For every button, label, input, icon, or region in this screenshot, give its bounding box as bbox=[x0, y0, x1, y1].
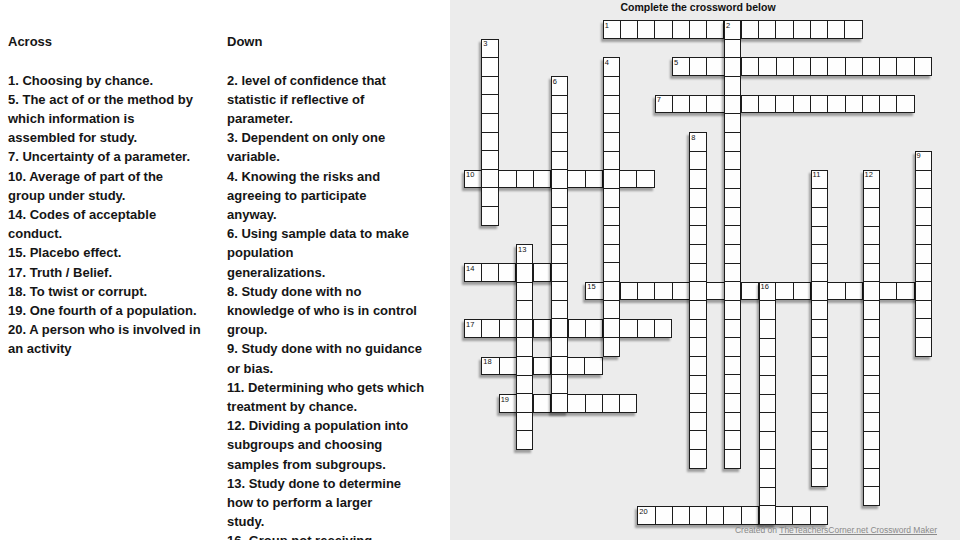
cell-r5-c25[interactable] bbox=[880, 96, 897, 113]
cell-r9-c27[interactable] bbox=[916, 171, 931, 190]
cell-r22-c14[interactable] bbox=[690, 413, 705, 432]
clue-across-18: 18. To twist or corrupt. bbox=[8, 282, 230, 301]
cell-r19-c24[interactable] bbox=[864, 357, 879, 376]
number-15: 15 bbox=[587, 283, 595, 291]
clue-down-16: 16. Group not receiving treatment. bbox=[227, 531, 441, 540]
cell-r10-c16[interactable] bbox=[725, 189, 740, 208]
cell-r14-c4[interactable] bbox=[517, 264, 532, 283]
clue-down-12: 12. Dividing a population into subgroups… bbox=[227, 416, 441, 474]
number-10: 10 bbox=[466, 171, 474, 179]
cell-r14-c9[interactable] bbox=[604, 263, 619, 282]
cell-r12-c14[interactable] bbox=[690, 226, 705, 245]
cell-r17-c10[interactable] bbox=[620, 320, 637, 337]
number-1: 1 bbox=[605, 22, 609, 30]
cell-r6-c2[interactable] bbox=[482, 114, 497, 133]
cell-r27-c21[interactable] bbox=[811, 507, 827, 524]
cell-r16-c27[interactable] bbox=[916, 301, 931, 320]
cell-r18-c24[interactable] bbox=[864, 338, 879, 357]
cell-r22-c24[interactable] bbox=[864, 413, 879, 432]
cell-r10-c27[interactable] bbox=[916, 189, 931, 208]
cell-r11-c16[interactable] bbox=[725, 208, 740, 227]
cell-r5-c19[interactable] bbox=[776, 96, 793, 113]
across-clue-list: Across 1. Choosing by chance.5. The act … bbox=[8, 13, 230, 359]
cell-r3-c15[interactable] bbox=[707, 58, 724, 75]
cell-r8-c2[interactable] bbox=[482, 151, 497, 170]
cell-r5-c15[interactable] bbox=[707, 96, 724, 113]
cell-r17-c11[interactable] bbox=[638, 320, 655, 337]
cell-r24-c21[interactable] bbox=[812, 450, 827, 469]
cell-r11-c14[interactable] bbox=[690, 208, 705, 227]
cell-r12-c6[interactable] bbox=[552, 226, 567, 245]
cell-r15-c23[interactable] bbox=[846, 283, 863, 300]
clue-down-9: 9. Study done with no guidance or bias. bbox=[227, 339, 441, 377]
cell-r6-c6[interactable] bbox=[552, 114, 567, 133]
number-20: 20 bbox=[639, 508, 647, 516]
number-12: 12 bbox=[865, 171, 873, 179]
cell-r9-c7[interactable] bbox=[568, 171, 585, 188]
cell-r3-c22[interactable] bbox=[828, 58, 845, 75]
cell-r22-c21[interactable] bbox=[812, 413, 827, 432]
cell-r24-c24[interactable] bbox=[864, 450, 879, 469]
cell-r19-c21[interactable] bbox=[812, 357, 827, 376]
cell-r15-c21[interactable] bbox=[812, 282, 827, 301]
cell-r15-c10[interactable] bbox=[621, 283, 638, 300]
cell-r18-c9[interactable] bbox=[604, 338, 619, 356]
cell-r12-c9[interactable] bbox=[604, 226, 619, 245]
cell-r15-c14[interactable] bbox=[690, 282, 705, 301]
word-16-down bbox=[759, 282, 776, 525]
cell-r6-c9[interactable] bbox=[604, 114, 619, 133]
cell-r5-c2[interactable] bbox=[482, 95, 497, 114]
cell-r9-c6[interactable] bbox=[552, 170, 567, 189]
cell-r18-c16[interactable] bbox=[725, 338, 740, 357]
cell-r1-c21[interactable] bbox=[811, 21, 828, 38]
cell-r16-c14[interactable] bbox=[690, 301, 705, 320]
cell-r12-c16[interactable] bbox=[725, 226, 740, 245]
cell-r23-c18[interactable] bbox=[760, 432, 775, 451]
cell-r9-c4[interactable] bbox=[517, 171, 534, 188]
cell-r3-c27[interactable] bbox=[915, 58, 931, 75]
cell-r3-c21[interactable] bbox=[811, 58, 828, 75]
footer-credit-prefix: Created on bbox=[735, 525, 779, 535]
cell-r10-c9[interactable] bbox=[604, 189, 619, 208]
cell-r18-c4[interactable] bbox=[517, 338, 532, 357]
cell-r17-c7[interactable] bbox=[569, 320, 586, 337]
cell-r9-c8[interactable] bbox=[586, 171, 603, 188]
cell-r17-c5[interactable] bbox=[534, 320, 551, 337]
cell-r1-c13[interactable] bbox=[673, 21, 690, 38]
cell-r16-c18[interactable] bbox=[760, 301, 775, 320]
cell-r5-c26[interactable] bbox=[897, 96, 913, 113]
cell-r17-c6[interactable] bbox=[552, 319, 567, 338]
cell-r27-c16[interactable] bbox=[724, 507, 741, 524]
cell-r11-c24[interactable] bbox=[864, 208, 879, 227]
cell-r18-c6[interactable] bbox=[552, 338, 567, 357]
number-3: 3 bbox=[483, 40, 487, 48]
cell-r17-c2[interactable] bbox=[482, 320, 499, 337]
cell-r1-c20[interactable] bbox=[794, 21, 811, 38]
footer-credit-link[interactable]: TheTeachersCorner.net Crossword Maker bbox=[779, 525, 937, 535]
cell-r1-c18[interactable] bbox=[759, 21, 776, 38]
cell-r9-c9[interactable] bbox=[604, 170, 619, 189]
cell-r3-c2[interactable] bbox=[482, 58, 497, 77]
cell-r13-c16[interactable] bbox=[725, 245, 740, 264]
clue-across-19: 19. One fourth of a population. bbox=[8, 301, 230, 320]
cell-r20-c6[interactable] bbox=[552, 375, 567, 394]
cell-r3-c14[interactable] bbox=[690, 58, 707, 75]
cell-r10-c21[interactable] bbox=[812, 189, 827, 208]
cell-r23-c16[interactable] bbox=[725, 431, 740, 450]
cell-r10-c14[interactable] bbox=[690, 189, 705, 208]
cell-r21-c6[interactable] bbox=[552, 394, 567, 412]
cell-r10-c24[interactable] bbox=[864, 189, 879, 208]
cell-r21-c5[interactable] bbox=[534, 395, 551, 412]
cell-r6-c16[interactable] bbox=[725, 114, 740, 133]
cell-r19-c18[interactable] bbox=[760, 357, 775, 376]
cell-r5-c16[interactable] bbox=[725, 96, 740, 115]
cell-r18-c21[interactable] bbox=[812, 338, 827, 357]
down-clue-list: Down 2. level of confidence that statist… bbox=[227, 13, 441, 540]
cell-r17-c27[interactable] bbox=[916, 319, 931, 338]
cell-r1-c19[interactable] bbox=[776, 21, 793, 38]
cell-r22-c16[interactable] bbox=[725, 413, 740, 432]
word-17-across bbox=[464, 319, 672, 338]
cell-r21-c8[interactable] bbox=[586, 395, 603, 412]
cell-r12-c27[interactable] bbox=[916, 226, 931, 245]
cell-r16-c21[interactable] bbox=[812, 301, 827, 320]
cell-r20-c4[interactable] bbox=[517, 376, 532, 395]
cell-r24-c16[interactable] bbox=[725, 450, 740, 468]
cell-r7-c2[interactable] bbox=[482, 133, 497, 152]
cell-r15-c20[interactable] bbox=[794, 283, 811, 300]
cell-r21-c18[interactable] bbox=[760, 395, 775, 414]
cell-r14-c21[interactable] bbox=[812, 264, 827, 283]
cell-r27-c17[interactable] bbox=[742, 507, 759, 524]
word-9-down bbox=[915, 151, 932, 357]
cell-r13-c9[interactable] bbox=[604, 245, 619, 264]
cell-r17-c16[interactable] bbox=[725, 320, 740, 339]
cell-r3-c25[interactable] bbox=[880, 58, 897, 75]
cell-r15-c27[interactable] bbox=[916, 282, 931, 301]
cell-r1-c12[interactable] bbox=[655, 21, 672, 38]
cell-r13-c6[interactable] bbox=[552, 245, 567, 264]
cell-r23-c21[interactable] bbox=[812, 432, 827, 451]
cell-r5-c22[interactable] bbox=[828, 96, 845, 113]
cell-r5-c23[interactable] bbox=[846, 96, 863, 113]
number-14: 14 bbox=[466, 265, 474, 273]
clue-down-6: 6. Using sample data to make population … bbox=[227, 224, 441, 282]
cell-r19-c4[interactable] bbox=[517, 357, 532, 376]
cell-r3-c17[interactable] bbox=[742, 58, 759, 75]
cell-r21-c24[interactable] bbox=[864, 394, 879, 413]
word-5-across bbox=[672, 57, 932, 76]
cell-r20-c21[interactable] bbox=[812, 376, 827, 395]
cell-r7-c6[interactable] bbox=[552, 133, 567, 152]
cell-r14-c2[interactable] bbox=[482, 264, 499, 281]
cell-r21-c16[interactable] bbox=[725, 394, 740, 413]
cell-r9-c16[interactable] bbox=[725, 170, 740, 189]
puzzle-title: Complete the crossword below bbox=[464, 1, 932, 13]
cell-r7-c9[interactable] bbox=[604, 133, 619, 152]
cell-r8-c16[interactable] bbox=[725, 152, 740, 171]
cell-r27-c13[interactable] bbox=[673, 507, 690, 524]
cell-r5-c18[interactable] bbox=[759, 96, 776, 113]
cell-r4-c2[interactable] bbox=[482, 77, 497, 96]
crossword-board: 1571014151718192023468911121316 bbox=[464, 20, 932, 525]
cell-r5-c6[interactable] bbox=[552, 96, 567, 115]
cell-r9-c10[interactable] bbox=[620, 171, 637, 188]
cell-r27-c20[interactable] bbox=[793, 507, 810, 524]
clue-down-2: 2. level of confidence that statistic if… bbox=[227, 71, 441, 129]
cell-r25-c21[interactable] bbox=[812, 469, 827, 487]
cell-r1-c23[interactable] bbox=[845, 21, 861, 38]
cell-r15-c17[interactable] bbox=[742, 283, 759, 300]
cell-r15-c13[interactable] bbox=[673, 283, 690, 300]
cell-r11-c21[interactable] bbox=[812, 208, 827, 227]
cell-r20-c18[interactable] bbox=[760, 376, 775, 395]
cell-r17-c21[interactable] bbox=[812, 320, 827, 339]
cell-r19-c16[interactable] bbox=[725, 357, 740, 376]
cell-r4-c16[interactable] bbox=[725, 77, 740, 96]
cell-r3-c23[interactable] bbox=[846, 58, 863, 75]
cell-r14-c14[interactable] bbox=[690, 264, 705, 283]
cell-r19-c5[interactable] bbox=[534, 358, 551, 375]
cell-r27-c12[interactable] bbox=[656, 507, 673, 524]
cell-r24-c14[interactable] bbox=[690, 450, 705, 468]
clue-across-10: 10. Average of part of the group under s… bbox=[8, 167, 230, 205]
clue-across-5: 5. The act of or the method by which inf… bbox=[8, 90, 230, 148]
word-18-across bbox=[481, 357, 602, 376]
number-17: 17 bbox=[466, 321, 474, 329]
crossword-panel: Complete the crossword below 15710141517… bbox=[450, 0, 960, 540]
word-12-down bbox=[863, 170, 880, 507]
cell-r3-c24[interactable] bbox=[863, 58, 880, 75]
cell-r24-c18[interactable] bbox=[760, 450, 775, 469]
number-11: 11 bbox=[813, 171, 821, 179]
cell-r26-c18[interactable] bbox=[760, 488, 775, 507]
cell-r15-c12[interactable] bbox=[655, 283, 672, 300]
cell-r27-c14[interactable] bbox=[690, 507, 707, 524]
cell-r17-c4[interactable] bbox=[517, 320, 532, 339]
cell-r1-c10[interactable] bbox=[621, 21, 638, 38]
clue-across-1: 1. Choosing by chance. bbox=[8, 71, 230, 90]
cell-r3-c18[interactable] bbox=[759, 58, 776, 75]
number-18: 18 bbox=[483, 358, 491, 366]
cell-r14-c6[interactable] bbox=[552, 264, 567, 283]
cell-r16-c16[interactable] bbox=[725, 301, 740, 320]
cell-r11-c2[interactable] bbox=[482, 207, 497, 225]
word-8-down bbox=[689, 132, 706, 469]
number-7: 7 bbox=[657, 96, 661, 104]
cell-r13-c21[interactable] bbox=[812, 245, 827, 264]
cell-r15-c24[interactable] bbox=[864, 282, 879, 301]
cell-r8-c14[interactable] bbox=[690, 152, 705, 171]
clue-down-3: 3. Dependent on only one variable. bbox=[227, 128, 441, 166]
clue-across-17: 17. Truth / Belief. bbox=[8, 263, 230, 282]
cell-r19-c6[interactable] bbox=[552, 357, 567, 376]
cell-r21-c7[interactable] bbox=[568, 395, 585, 412]
cell-r12-c24[interactable] bbox=[864, 227, 879, 246]
cell-r25-c24[interactable] bbox=[864, 469, 879, 488]
cell-r27-c19[interactable] bbox=[776, 507, 793, 524]
cell-r20-c16[interactable] bbox=[725, 375, 740, 394]
clue-down-11: 11. Determining who gets which treatment… bbox=[227, 378, 441, 416]
cell-r5-c20[interactable] bbox=[794, 96, 811, 113]
cell-r18-c18[interactable] bbox=[760, 339, 775, 358]
cell-r1-c22[interactable] bbox=[828, 21, 845, 38]
cell-r16-c4[interactable] bbox=[517, 301, 532, 320]
cell-r1-c17[interactable] bbox=[742, 21, 759, 38]
cell-r5-c17[interactable] bbox=[742, 96, 759, 113]
clue-down-4: 4. Knowing the risks and agreeing to par… bbox=[227, 167, 441, 225]
cell-r23-c4[interactable] bbox=[517, 431, 532, 449]
cell-r19-c7[interactable] bbox=[568, 358, 585, 375]
cell-r15-c26[interactable] bbox=[897, 283, 914, 300]
cell-r2-c16[interactable] bbox=[725, 40, 740, 59]
word-6-down bbox=[551, 76, 568, 413]
cell-r16-c24[interactable] bbox=[864, 301, 879, 320]
cell-r17-c14[interactable] bbox=[690, 320, 705, 339]
cell-r21-c10[interactable] bbox=[620, 395, 636, 412]
cell-r20-c24[interactable] bbox=[864, 376, 879, 395]
cell-r19-c14[interactable] bbox=[690, 357, 705, 376]
cell-r17-c12[interactable] bbox=[655, 320, 671, 337]
number-9: 9 bbox=[917, 152, 921, 160]
cell-r14-c3[interactable] bbox=[499, 264, 516, 281]
cell-r10-c6[interactable] bbox=[552, 189, 567, 208]
cell-r15-c11[interactable] bbox=[638, 283, 655, 300]
word-2-down bbox=[724, 20, 741, 469]
cell-r22-c4[interactable] bbox=[517, 413, 532, 432]
cell-r21-c9[interactable] bbox=[603, 395, 620, 412]
cell-r5-c24[interactable] bbox=[863, 96, 880, 113]
clue-across-7: 7. Uncertainty of a parameter. bbox=[8, 147, 230, 166]
cell-r23-c24[interactable] bbox=[864, 432, 879, 451]
number-4: 4 bbox=[605, 59, 609, 67]
cell-r3-c19[interactable] bbox=[777, 58, 794, 75]
cell-r5-c9[interactable] bbox=[604, 96, 619, 115]
cell-r21-c14[interactable] bbox=[690, 394, 705, 413]
word-11-down bbox=[811, 170, 828, 488]
number-6: 6 bbox=[553, 78, 557, 86]
word-4-down bbox=[603, 57, 620, 356]
cell-r3-c16[interactable] bbox=[725, 58, 740, 77]
clue-down-13: 13. Study done to determine how to perfo… bbox=[227, 474, 441, 532]
cell-r17-c18[interactable] bbox=[760, 320, 775, 339]
cell-r17-c3[interactable] bbox=[500, 320, 517, 337]
number-5: 5 bbox=[674, 59, 678, 67]
cell-r1-c11[interactable] bbox=[638, 21, 655, 38]
cell-r5-c13[interactable] bbox=[673, 96, 690, 113]
number-13: 13 bbox=[518, 246, 526, 254]
footer-credit: Created on TheTeachersCorner.net Crosswo… bbox=[735, 525, 937, 535]
cell-r21-c21[interactable] bbox=[812, 394, 827, 413]
word-7-across bbox=[655, 95, 915, 114]
number-2: 2 bbox=[726, 22, 730, 30]
cell-r8-c9[interactable] bbox=[604, 152, 619, 171]
cell-r9-c11[interactable] bbox=[637, 171, 653, 188]
cell-r9-c3[interactable] bbox=[499, 171, 516, 188]
across-header: Across bbox=[8, 32, 230, 51]
cell-r5-c14[interactable] bbox=[690, 96, 707, 113]
word-20-across bbox=[637, 506, 828, 525]
cell-r1-c15[interactable] bbox=[707, 21, 724, 38]
cell-r15-c6[interactable] bbox=[552, 282, 567, 301]
word-3-down bbox=[481, 39, 498, 226]
cell-r14-c16[interactable] bbox=[725, 264, 740, 283]
cell-r7-c16[interactable] bbox=[725, 133, 740, 152]
cell-r15-c15[interactable] bbox=[707, 283, 724, 300]
cell-r27-c15[interactable] bbox=[707, 507, 724, 524]
clue-across-15: 15. Placebo effect. bbox=[8, 243, 230, 262]
cell-r12-c21[interactable] bbox=[812, 227, 827, 246]
cell-r23-c14[interactable] bbox=[690, 431, 705, 450]
number-19: 19 bbox=[501, 396, 509, 404]
cell-r9-c5[interactable] bbox=[534, 171, 551, 188]
cell-r14-c24[interactable] bbox=[864, 264, 879, 283]
cell-r11-c9[interactable] bbox=[604, 208, 619, 227]
cell-r15-c16[interactable] bbox=[725, 282, 740, 301]
clue-down-8: 8. Study done with no knowledge of who i… bbox=[227, 282, 441, 340]
clue-across-20: 20. A person who is involved in an activ… bbox=[8, 320, 230, 358]
cell-r10-c2[interactable] bbox=[482, 188, 497, 207]
cell-r17-c8[interactable] bbox=[586, 320, 603, 337]
cell-r11-c27[interactable] bbox=[916, 208, 931, 227]
number-8: 8 bbox=[691, 134, 695, 142]
cell-r4-c9[interactable] bbox=[604, 77, 619, 96]
cell-r20-c14[interactable] bbox=[690, 376, 705, 395]
cell-r13-c14[interactable] bbox=[690, 245, 705, 264]
cell-r5-c21[interactable] bbox=[811, 96, 828, 113]
cell-r21-c4[interactable] bbox=[517, 394, 532, 413]
cell-r13-c24[interactable] bbox=[864, 245, 879, 264]
number-16: 16 bbox=[761, 283, 769, 291]
cell-r8-c6[interactable] bbox=[552, 152, 567, 171]
cell-r14-c5[interactable] bbox=[534, 264, 551, 281]
cell-r18-c14[interactable] bbox=[690, 338, 705, 357]
cell-r9-c14[interactable] bbox=[690, 170, 705, 189]
cell-r19-c3[interactable] bbox=[500, 358, 517, 375]
cell-r16-c6[interactable] bbox=[552, 301, 567, 320]
cell-r15-c22[interactable] bbox=[828, 283, 845, 300]
cell-r27-c18[interactable] bbox=[760, 506, 775, 524]
cell-r15-c4[interactable] bbox=[517, 283, 532, 302]
cell-r17-c24[interactable] bbox=[864, 320, 879, 339]
cell-r14-c27[interactable] bbox=[916, 264, 931, 283]
cell-r3-c20[interactable] bbox=[794, 58, 811, 75]
word-13-down bbox=[516, 244, 533, 450]
cell-r16-c9[interactable] bbox=[604, 301, 619, 320]
cell-r18-c27[interactable] bbox=[916, 338, 931, 356]
cell-r11-c6[interactable] bbox=[552, 208, 567, 227]
cell-r26-c24[interactable] bbox=[864, 487, 879, 505]
cell-r25-c18[interactable] bbox=[760, 469, 775, 488]
cell-r15-c19[interactable] bbox=[776, 283, 793, 300]
cell-r9-c2[interactable] bbox=[482, 170, 497, 189]
cell-r15-c25[interactable] bbox=[880, 283, 897, 300]
cell-r13-c27[interactable] bbox=[916, 245, 931, 264]
cell-r22-c18[interactable] bbox=[760, 413, 775, 432]
cell-r15-c9[interactable] bbox=[604, 282, 619, 301]
cell-r1-c14[interactable] bbox=[690, 21, 707, 38]
down-header: Down bbox=[227, 32, 441, 51]
cell-r17-c9[interactable] bbox=[604, 319, 619, 338]
clue-across-14: 14. Codes of acceptable conduct. bbox=[8, 205, 230, 243]
cell-r3-c26[interactable] bbox=[897, 58, 914, 75]
cell-r19-c8[interactable] bbox=[585, 358, 601, 375]
